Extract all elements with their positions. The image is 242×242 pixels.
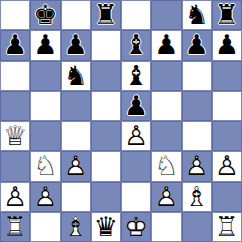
piece-black-queen[interactable]: ♛ xyxy=(91,212,121,242)
piece-white-pawn-fill: ♟ xyxy=(121,121,151,151)
piece-white-pawn-fill: ♟ xyxy=(0,182,30,212)
piece-white-pawn-fill: ♟ xyxy=(151,182,181,212)
square-h3[interactable]: ♟♙ xyxy=(212,151,242,181)
square-c5[interactable] xyxy=(61,91,91,121)
piece-white-king-fill: ♚ xyxy=(121,212,151,242)
square-e8[interactable] xyxy=(121,0,151,30)
piece-black-pawn[interactable]: ♟ xyxy=(0,30,30,60)
square-c6[interactable]: ♞ xyxy=(61,61,91,91)
square-b5[interactable] xyxy=(30,91,60,121)
square-e2[interactable] xyxy=(121,182,151,212)
square-e5[interactable]: ♟ xyxy=(121,91,151,121)
square-f5[interactable] xyxy=(151,91,181,121)
square-g7[interactable]: ♟ xyxy=(182,30,212,60)
piece-black-bishop[interactable]: ♝ xyxy=(121,30,151,60)
piece-white-knight-fill: ♞ xyxy=(30,151,60,181)
square-a3[interactable] xyxy=(0,151,30,181)
square-e1[interactable]: ♚♔ xyxy=(121,212,151,242)
square-f1[interactable] xyxy=(151,212,181,242)
square-c8[interactable] xyxy=(61,0,91,30)
square-c3[interactable]: ♟♙ xyxy=(61,151,91,181)
piece-white-pawn-fill: ♟ xyxy=(182,151,212,181)
piece-black-rook[interactable]: ♜ xyxy=(212,0,242,30)
square-g3[interactable]: ♟♙ xyxy=(182,151,212,181)
piece-white-pawn[interactable]: ♙ xyxy=(0,182,30,212)
square-e3[interactable] xyxy=(121,151,151,181)
square-a8[interactable] xyxy=(0,0,30,30)
square-f3[interactable]: ♞♘ xyxy=(151,151,181,181)
piece-black-pawn[interactable]: ♟ xyxy=(30,30,60,60)
piece-white-rook-fill: ♜ xyxy=(212,212,242,242)
piece-white-pawn-fill: ♟ xyxy=(212,151,242,181)
square-a2[interactable]: ♟♙ xyxy=(0,182,30,212)
piece-white-pawn[interactable]: ♙ xyxy=(151,182,181,212)
square-g8[interactable]: ♞ xyxy=(182,0,212,30)
square-b2[interactable]: ♟♙ xyxy=(30,182,60,212)
piece-white-pawn[interactable]: ♙ xyxy=(182,151,212,181)
square-c1[interactable]: ♝♗ xyxy=(61,212,91,242)
square-c4[interactable] xyxy=(61,121,91,151)
piece-white-knight[interactable]: ♘ xyxy=(151,151,181,181)
chess-board: ♚♜♞♜♟♟♟♝♟♟♟♞♝♟♛♕♟♙♞♘♟♙♞♘♟♙♟♙♟♙♟♙♟♙♝♗♜♖♝♗… xyxy=(0,0,242,242)
square-b8[interactable]: ♚ xyxy=(30,0,60,30)
square-a7[interactable]: ♟ xyxy=(0,30,30,60)
square-f8[interactable] xyxy=(151,0,181,30)
square-f4[interactable] xyxy=(151,121,181,151)
square-d7[interactable] xyxy=(91,30,121,60)
square-g6[interactable] xyxy=(182,61,212,91)
piece-white-pawn[interactable]: ♙ xyxy=(121,121,151,151)
square-b1[interactable] xyxy=(30,212,60,242)
square-a4[interactable]: ♛♕ xyxy=(0,121,30,151)
square-h2[interactable] xyxy=(212,182,242,212)
piece-black-pawn[interactable]: ♟ xyxy=(121,91,151,121)
square-h7[interactable]: ♟ xyxy=(212,30,242,60)
square-g2[interactable]: ♝♗ xyxy=(182,182,212,212)
square-d1[interactable]: ♛ xyxy=(91,212,121,242)
piece-black-pawn[interactable]: ♟ xyxy=(182,30,212,60)
square-b7[interactable]: ♟ xyxy=(30,30,60,60)
square-a5[interactable] xyxy=(0,91,30,121)
piece-black-pawn[interactable]: ♟ xyxy=(212,30,242,60)
square-g5[interactable] xyxy=(182,91,212,121)
square-d5[interactable] xyxy=(91,91,121,121)
square-e4[interactable]: ♟♙ xyxy=(121,121,151,151)
square-f6[interactable] xyxy=(151,61,181,91)
piece-black-pawn[interactable]: ♟ xyxy=(61,30,91,60)
square-h5[interactable] xyxy=(212,91,242,121)
piece-white-rook[interactable]: ♖ xyxy=(212,212,242,242)
piece-white-pawn-fill: ♟ xyxy=(30,182,60,212)
piece-black-rook[interactable]: ♜ xyxy=(91,0,121,30)
piece-black-knight[interactable]: ♞ xyxy=(61,61,91,91)
square-b4[interactable] xyxy=(30,121,60,151)
square-h1[interactable]: ♜♖ xyxy=(212,212,242,242)
square-g1[interactable] xyxy=(182,212,212,242)
square-b6[interactable] xyxy=(30,61,60,91)
square-f2[interactable]: ♟♙ xyxy=(151,182,181,212)
piece-black-pawn[interactable]: ♟ xyxy=(151,30,181,60)
square-d2[interactable] xyxy=(91,182,121,212)
piece-black-bishop[interactable]: ♝ xyxy=(121,61,151,91)
square-a6[interactable] xyxy=(0,61,30,91)
piece-white-pawn-fill: ♟ xyxy=(61,151,91,181)
square-h4[interactable] xyxy=(212,121,242,151)
square-d8[interactable]: ♜ xyxy=(91,0,121,30)
piece-white-pawn[interactable]: ♙ xyxy=(30,182,60,212)
piece-black-knight[interactable]: ♞ xyxy=(182,0,212,30)
piece-white-rook-fill: ♜ xyxy=(0,212,30,242)
square-e7[interactable]: ♝ xyxy=(121,30,151,60)
piece-white-queen[interactable]: ♕ xyxy=(0,121,30,151)
square-b3[interactable]: ♞♘ xyxy=(30,151,60,181)
piece-white-bishop[interactable]: ♗ xyxy=(182,182,212,212)
piece-white-rook[interactable]: ♖ xyxy=(0,212,30,242)
square-f7[interactable]: ♟ xyxy=(151,30,181,60)
square-d6[interactable] xyxy=(91,61,121,91)
piece-white-bishop-fill: ♝ xyxy=(182,182,212,212)
piece-white-pawn[interactable]: ♙ xyxy=(61,151,91,181)
square-h6[interactable] xyxy=(212,61,242,91)
piece-white-knight[interactable]: ♘ xyxy=(30,151,60,181)
piece-white-knight-fill: ♞ xyxy=(151,151,181,181)
square-d4[interactable] xyxy=(91,121,121,151)
square-c2[interactable] xyxy=(61,182,91,212)
square-a1[interactable]: ♜♖ xyxy=(0,212,30,242)
piece-white-pawn[interactable]: ♙ xyxy=(212,151,242,181)
piece-white-bishop-fill: ♝ xyxy=(61,212,91,242)
square-c7[interactable]: ♟ xyxy=(61,30,91,60)
square-e6[interactable]: ♝ xyxy=(121,61,151,91)
square-d3[interactable] xyxy=(91,151,121,181)
square-g4[interactable] xyxy=(182,121,212,151)
square-h8[interactable]: ♜ xyxy=(212,0,242,30)
piece-white-king[interactable]: ♔ xyxy=(121,212,151,242)
piece-white-queen-fill: ♛ xyxy=(0,121,30,151)
piece-black-king[interactable]: ♚ xyxy=(30,0,60,30)
piece-white-bishop[interactable]: ♗ xyxy=(61,212,91,242)
